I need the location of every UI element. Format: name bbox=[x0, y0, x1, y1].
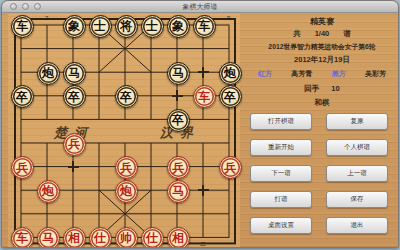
event-name: 2012世界智力精英运动会女子第6轮 bbox=[246, 42, 398, 52]
black-piece-f3r3[interactable]: 马 bbox=[63, 62, 86, 85]
replay-button[interactable]: 打谱 bbox=[250, 191, 312, 208]
file-label-bottom: 二 bbox=[200, 240, 206, 248]
red-piece-f5r8[interactable]: 炮 bbox=[115, 180, 138, 203]
next-game-button[interactable]: 下一谱 bbox=[250, 165, 312, 182]
game-result: 和棋 bbox=[246, 98, 398, 108]
black-piece-f7r1[interactable]: 象 bbox=[167, 15, 190, 38]
black-side-label: 黑方 bbox=[332, 69, 346, 79]
move-count-label: 回手 bbox=[304, 84, 319, 94]
red-side-label: 红方 bbox=[258, 69, 272, 79]
file-label-top: 2 bbox=[45, 15, 48, 21]
window-title: 象棋大师谱 bbox=[2, 2, 398, 12]
count-prefix: 共 bbox=[293, 29, 301, 39]
count-suffix: 谱 bbox=[343, 29, 351, 39]
tournament-title: 精英赛 bbox=[246, 16, 398, 27]
move-count-line: 回手 10 bbox=[246, 84, 398, 94]
black-piece-f9r4[interactable]: 卒 bbox=[219, 85, 242, 108]
record-count-line: 共 1/40 谱 bbox=[246, 29, 398, 39]
open-record-button[interactable]: 打开棋谱 bbox=[250, 113, 312, 130]
file-label-bottom: 一 bbox=[226, 240, 232, 248]
black-piece-f9r3[interactable]: 炮 bbox=[219, 62, 242, 85]
black-piece-f8r1[interactable]: 车 bbox=[193, 15, 216, 38]
players-line: 红方 高芳青 黑方 吴彩芳 bbox=[246, 69, 398, 79]
event-date: 2012年12月19日 bbox=[246, 55, 398, 65]
red-piece-f4r10[interactable]: 仕 bbox=[89, 227, 112, 248]
black-piece-f3r1[interactable]: 象 bbox=[63, 15, 86, 38]
red-piece-f1r10[interactable]: 车 bbox=[11, 227, 34, 248]
red-piece-f9r7[interactable]: 兵 bbox=[219, 156, 242, 179]
red-piece-f7r7[interactable]: 兵 bbox=[167, 156, 190, 179]
black-piece-f1r4[interactable]: 卒 bbox=[11, 85, 34, 108]
red-piece-f3r6[interactable]: 兵 bbox=[63, 133, 86, 156]
count-value: 1/40 bbox=[315, 29, 330, 39]
red-piece-f2r8[interactable]: 炮 bbox=[37, 180, 60, 203]
personal-records-button[interactable]: 个人棋谱 bbox=[326, 139, 388, 156]
position-marker bbox=[68, 161, 79, 172]
red-piece-f3r10[interactable]: 相 bbox=[63, 227, 86, 248]
black-piece-f7r3[interactable]: 马 bbox=[167, 62, 190, 85]
black-piece-f6r1[interactable]: 士 bbox=[141, 15, 164, 38]
title-bar: 象棋大师谱 bbox=[2, 1, 398, 13]
board-grid bbox=[8, 14, 240, 248]
desktop-settings-button[interactable]: 桌面设置 bbox=[250, 217, 312, 234]
red-piece-f2r10[interactable]: 马 bbox=[37, 227, 60, 248]
red-piece-f5r7[interactable]: 兵 bbox=[115, 156, 138, 179]
save-button[interactable]: 保存 bbox=[326, 191, 388, 208]
black-piece-f1r1[interactable]: 车 bbox=[11, 15, 34, 38]
exit-button[interactable]: 退出 bbox=[326, 217, 388, 234]
position-marker bbox=[198, 67, 209, 78]
restore-button[interactable]: 复原 bbox=[326, 113, 388, 130]
red-player-name: 高芳青 bbox=[291, 69, 312, 79]
app-window: 象棋大师谱 楚河 汉界 29二一车象士将士象车炮马马炮卒卒卒卒卒车兵兵兵兵兵炮炮… bbox=[1, 0, 399, 248]
xiangqi-board[interactable]: 楚河 汉界 29二一车象士将士象车炮马马炮卒卒卒卒卒车兵兵兵兵兵炮炮马车马相仕帅… bbox=[8, 14, 240, 248]
red-piece-f7r8[interactable]: 马 bbox=[167, 180, 190, 203]
restart-button[interactable]: 重新开始 bbox=[250, 139, 312, 156]
position-marker bbox=[198, 185, 209, 196]
black-piece-f5r4[interactable]: 卒 bbox=[115, 85, 138, 108]
black-piece-f2r3[interactable]: 炮 bbox=[37, 62, 60, 85]
button-grid: 打开棋谱复原重新开始个人棋谱下一谱上一谱打谱保存桌面设置退出 bbox=[250, 113, 388, 234]
black-player-name: 吴彩芳 bbox=[365, 69, 386, 79]
red-piece-f1r7[interactable]: 兵 bbox=[11, 156, 34, 179]
position-marker bbox=[172, 90, 183, 101]
move-count-value: 10 bbox=[331, 84, 339, 94]
black-piece-f3r4[interactable]: 卒 bbox=[63, 85, 86, 108]
red-piece-f7r10[interactable]: 相 bbox=[167, 227, 190, 248]
red-piece-f6r10[interactable]: 仕 bbox=[141, 227, 164, 248]
file-label-top: 9 bbox=[227, 15, 230, 21]
info-panel: 精英赛 共 1/40 谱 2012世界智力精英运动会女子第6轮 2012年12月… bbox=[246, 13, 398, 247]
prev-game-button[interactable]: 上一谱 bbox=[326, 165, 388, 182]
red-piece-f8r4[interactable]: 车 bbox=[193, 85, 216, 108]
black-piece-f4r1[interactable]: 士 bbox=[89, 15, 112, 38]
black-piece-f5r1[interactable]: 将 bbox=[115, 15, 138, 38]
window-content: 楚河 汉界 29二一车象士将士象车炮马马炮卒卒卒卒卒车兵兵兵兵兵炮炮马车马相仕帅… bbox=[2, 13, 398, 247]
red-piece-f5r10[interactable]: 帅 bbox=[115, 227, 138, 248]
black-piece-f7r5[interactable]: 卒 bbox=[167, 109, 190, 132]
